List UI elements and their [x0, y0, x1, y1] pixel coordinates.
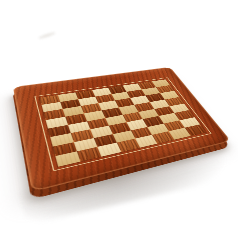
- chessboard-photo: [0, 0, 238, 238]
- background-smudge: [38, 31, 56, 39]
